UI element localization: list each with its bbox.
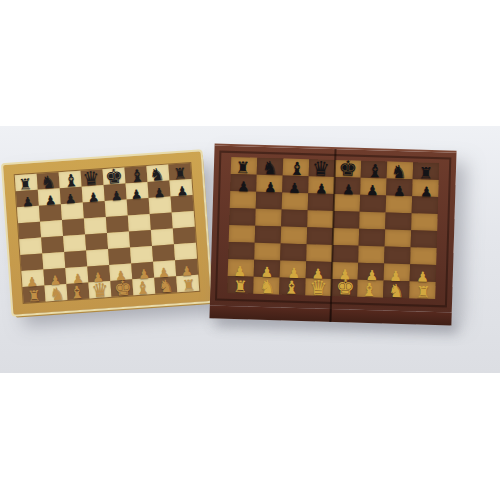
black-pawn-piece: ♟ bbox=[237, 179, 250, 193]
square-f2: ♟ bbox=[358, 263, 384, 281]
black-pawn-piece: ♟ bbox=[44, 193, 57, 207]
square-f3 bbox=[130, 246, 153, 263]
white-queen-piece: ♛ bbox=[309, 277, 328, 298]
right-board-frame: ♜♞♝♛♚♝♞♜♟♟♟♟♟♟♟♟♟♟♟♟♟♟♟♟♜♞♝♛♚♝♞♜ bbox=[210, 143, 457, 312]
black-knight-piece: ♞ bbox=[262, 159, 279, 177]
square-a3 bbox=[228, 242, 254, 260]
black-pawn-piece: ♟ bbox=[153, 186, 166, 200]
square-c4 bbox=[63, 235, 86, 252]
black-pawn-piece: ♟ bbox=[87, 190, 100, 204]
square-h3 bbox=[174, 243, 197, 260]
photo-canvas: ♜♞♝♛♚♝♞♜♟♟♟♟♟♟♟♟♟♟♟♟♟♟♟♟♜♞♝♛♚♝♞♜ ♜♞♝♛♚♝♞… bbox=[0, 0, 500, 500]
square-b8: ♞ bbox=[257, 158, 283, 176]
square-h2: ♟ bbox=[175, 259, 198, 276]
square-g1: ♞ bbox=[383, 281, 409, 299]
square-f8: ♝ bbox=[124, 166, 147, 183]
square-g3 bbox=[384, 247, 410, 265]
square-e8: ♚ bbox=[103, 168, 126, 185]
square-f4 bbox=[129, 230, 152, 247]
square-h4 bbox=[173, 227, 196, 244]
square-f1: ♝ bbox=[357, 280, 383, 298]
square-e4 bbox=[107, 231, 130, 248]
square-c8: ♝ bbox=[283, 158, 309, 176]
black-pawn-piece: ♟ bbox=[288, 181, 301, 195]
square-c3 bbox=[64, 250, 87, 267]
square-b4 bbox=[255, 226, 281, 244]
black-pawn-piece: ♟ bbox=[420, 185, 433, 199]
square-d1: ♛ bbox=[305, 278, 331, 296]
square-c1: ♝ bbox=[279, 277, 305, 295]
black-king-piece: ♚ bbox=[104, 166, 123, 187]
white-bishop-piece: ♝ bbox=[69, 284, 85, 302]
square-g4 bbox=[151, 228, 174, 245]
black-pawn-piece: ♟ bbox=[176, 184, 189, 198]
right-chess-board: ♜♞♝♛♚♝♞♜♟♟♟♟♟♟♟♟♟♟♟♟♟♟♟♟♜♞♝♛♚♝♞♜ bbox=[209, 143, 456, 325]
square-g5 bbox=[150, 212, 173, 229]
square-d3 bbox=[306, 244, 332, 262]
black-bishop-piece: ♝ bbox=[129, 167, 145, 185]
square-e4 bbox=[333, 228, 359, 246]
square-b8: ♞ bbox=[37, 172, 60, 189]
square-f5 bbox=[359, 212, 385, 230]
square-g2: ♟ bbox=[384, 264, 410, 282]
square-a2: ♟ bbox=[21, 270, 44, 287]
square-g8: ♞ bbox=[146, 165, 169, 182]
square-h5 bbox=[172, 211, 195, 228]
square-a1: ♜ bbox=[227, 276, 253, 294]
square-b5 bbox=[40, 220, 63, 237]
square-h8: ♜ bbox=[413, 162, 439, 180]
black-bishop-piece: ♝ bbox=[367, 162, 384, 180]
white-bishop-piece: ♝ bbox=[361, 281, 378, 299]
square-f3 bbox=[358, 246, 384, 264]
square-b4 bbox=[41, 236, 64, 253]
square-e3 bbox=[108, 247, 131, 264]
white-knight-piece: ♞ bbox=[259, 278, 276, 296]
square-g4 bbox=[385, 230, 411, 248]
square-d8: ♛ bbox=[81, 169, 104, 186]
white-rook-piece: ♜ bbox=[27, 289, 41, 305]
square-g1: ♞ bbox=[154, 276, 177, 293]
left-board-grid: ♜♞♝♛♚♝♞♜♟♟♟♟♟♟♟♟♟♟♟♟♟♟♟♟♜♞♝♛♚♝♞♜ bbox=[14, 162, 201, 304]
black-pawn-piece: ♟ bbox=[64, 192, 77, 206]
black-pawn-piece: ♟ bbox=[393, 184, 406, 198]
square-b3 bbox=[254, 243, 280, 261]
black-pawn-piece: ♟ bbox=[315, 181, 328, 195]
square-e3 bbox=[332, 245, 358, 263]
square-c4 bbox=[281, 226, 307, 244]
square-e8: ♚ bbox=[335, 160, 361, 178]
square-g5 bbox=[385, 213, 411, 231]
square-a2: ♟ bbox=[228, 259, 254, 277]
white-rook-piece: ♜ bbox=[416, 284, 431, 300]
black-queen-piece: ♛ bbox=[312, 158, 331, 179]
box-front-seam bbox=[329, 309, 331, 322]
white-bishop-piece: ♝ bbox=[135, 279, 151, 297]
black-rook-piece: ♜ bbox=[18, 177, 32, 193]
black-pawn-piece: ♟ bbox=[366, 183, 379, 197]
white-knight-piece: ♞ bbox=[388, 282, 405, 300]
square-b5 bbox=[255, 209, 281, 227]
white-queen-piece: ♛ bbox=[91, 280, 109, 300]
square-h1: ♜ bbox=[176, 275, 199, 292]
black-pawn-piece: ♟ bbox=[110, 189, 123, 203]
square-a8: ♜ bbox=[15, 174, 38, 191]
white-rook-piece: ♜ bbox=[182, 278, 196, 294]
square-e1: ♚ bbox=[110, 279, 133, 296]
square-a5 bbox=[229, 208, 255, 226]
black-bishop-piece: ♝ bbox=[63, 172, 79, 190]
white-rook-piece: ♜ bbox=[233, 279, 248, 295]
white-knight-piece: ♞ bbox=[158, 278, 174, 296]
square-d4 bbox=[307, 227, 333, 245]
black-king-piece: ♚ bbox=[338, 158, 357, 180]
square-a1: ♜ bbox=[23, 285, 46, 302]
black-pawn-piece: ♟ bbox=[21, 195, 34, 209]
square-b1: ♞ bbox=[45, 284, 68, 301]
square-h5 bbox=[411, 213, 437, 231]
square-c8: ♝ bbox=[59, 171, 82, 188]
black-pawn-piece: ♟ bbox=[264, 180, 277, 194]
white-knight-piece: ♞ bbox=[49, 285, 65, 303]
black-rook-piece: ♜ bbox=[418, 166, 433, 182]
square-c2: ♟ bbox=[280, 260, 306, 278]
square-e5 bbox=[333, 211, 359, 229]
square-c5 bbox=[62, 219, 85, 236]
square-h3 bbox=[410, 247, 436, 265]
square-a4 bbox=[19, 238, 42, 255]
square-g3 bbox=[152, 244, 175, 261]
square-b3 bbox=[42, 252, 65, 269]
square-h2: ♟ bbox=[410, 264, 436, 282]
black-bishop-piece: ♝ bbox=[289, 160, 306, 178]
square-a8: ♜ bbox=[231, 157, 257, 175]
black-pawn-piece: ♟ bbox=[130, 187, 143, 201]
square-b2: ♟ bbox=[254, 260, 280, 278]
square-h4 bbox=[411, 230, 437, 248]
white-king-piece: ♚ bbox=[336, 277, 355, 299]
square-d8: ♛ bbox=[309, 159, 335, 177]
square-d4 bbox=[85, 233, 108, 250]
square-f4 bbox=[359, 229, 385, 247]
black-pawn-piece: ♟ bbox=[342, 182, 355, 196]
square-b1: ♞ bbox=[253, 277, 279, 295]
square-c5 bbox=[281, 209, 307, 227]
black-knight-piece: ♞ bbox=[149, 166, 165, 184]
black-knight-piece: ♞ bbox=[40, 173, 56, 191]
square-f8: ♝ bbox=[361, 161, 387, 179]
square-a4 bbox=[229, 225, 255, 243]
square-e1: ♚ bbox=[331, 279, 357, 297]
square-c1: ♝ bbox=[66, 282, 89, 299]
square-d5 bbox=[84, 217, 107, 234]
left-chess-board: ♜♞♝♛♚♝♞♜♟♟♟♟♟♟♟♟♟♟♟♟♟♟♟♟♜♞♝♛♚♝♞♜ bbox=[3, 151, 211, 314]
square-f1: ♝ bbox=[132, 278, 155, 295]
square-e5 bbox=[106, 216, 129, 233]
square-f5 bbox=[128, 214, 151, 231]
black-knight-piece: ♞ bbox=[391, 163, 408, 181]
square-d5 bbox=[307, 210, 333, 228]
black-queen-piece: ♛ bbox=[82, 168, 100, 188]
square-h8: ♜ bbox=[168, 163, 191, 180]
square-h1: ♜ bbox=[409, 281, 435, 299]
square-a3 bbox=[20, 254, 43, 271]
square-g8: ♞ bbox=[387, 162, 413, 180]
square-a5 bbox=[18, 222, 41, 239]
square-d1: ♛ bbox=[88, 281, 111, 298]
square-c3 bbox=[280, 243, 306, 261]
white-king-piece: ♚ bbox=[113, 277, 132, 298]
square-d3 bbox=[86, 249, 109, 266]
black-rook-piece: ♜ bbox=[173, 166, 187, 182]
black-rook-piece: ♜ bbox=[236, 160, 251, 176]
white-bishop-piece: ♝ bbox=[283, 279, 300, 297]
